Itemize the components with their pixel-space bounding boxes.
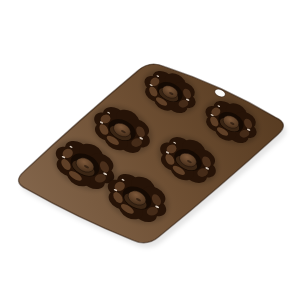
product-photo: [0, 0, 300, 300]
baking-mold-image: [0, 0, 300, 300]
